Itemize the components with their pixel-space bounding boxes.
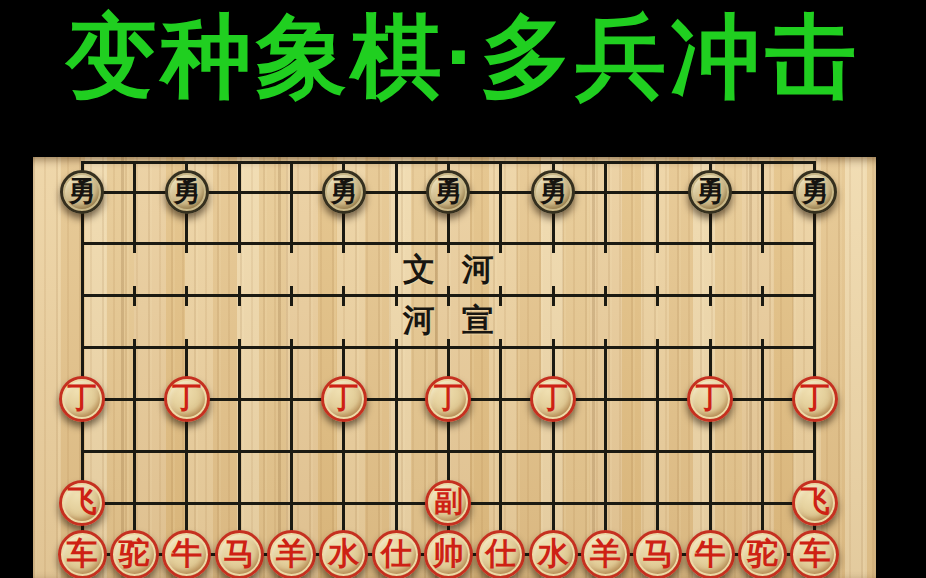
piece-red-牛-f3-r8[interactable]: 牛 (162, 530, 211, 578)
piece-glyph: 勇 (539, 172, 567, 210)
xiangqi-board[interactable]: 文河 河宣 勇勇勇勇勇勇勇丁丁丁丁丁丁丁飞副飞车驼牛马羊水仕帅仕水羊马牛驼车 (33, 157, 876, 578)
piece-red-飞-f1-r7[interactable]: 飞 (59, 480, 105, 526)
piece-glyph: 水 (328, 533, 359, 575)
river-label-bottom-text: 河宣 (403, 302, 521, 338)
grid-line (238, 286, 241, 306)
piece-glyph: 羊 (276, 533, 307, 575)
piece-red-车-f15-r8[interactable]: 车 (790, 530, 839, 578)
piece-glyph: 车 (67, 533, 98, 575)
river-label-bottom: 河宣 (403, 299, 521, 343)
piece-red-车-f1-r8[interactable]: 车 (58, 530, 107, 578)
piece-black-勇-f1-r1[interactable]: 勇 (60, 170, 104, 214)
piece-red-丁-f1-r5[interactable]: 丁 (59, 376, 105, 422)
grid-line (604, 286, 607, 306)
piece-glyph: 丁 (434, 378, 463, 418)
piece-glyph: 副 (434, 482, 463, 522)
piece-glyph: 牛 (171, 533, 202, 575)
piece-red-副-f8-r7[interactable]: 副 (425, 480, 471, 526)
piece-glyph: 水 (538, 533, 569, 575)
piece-glyph: 丁 (68, 378, 97, 418)
piece-red-飞-f15-r7[interactable]: 飞 (792, 480, 838, 526)
piece-red-马-f12-r8[interactable]: 马 (633, 530, 682, 578)
piece-glyph: 丁 (539, 378, 568, 418)
piece-black-勇-f3-r1[interactable]: 勇 (165, 170, 209, 214)
page-title: 变种象棋·多兵冲击 (0, 6, 926, 110)
grid-line (290, 286, 293, 306)
piece-glyph: 仕 (381, 533, 412, 575)
piece-glyph: 仕 (485, 533, 516, 575)
piece-black-勇-f15-r1[interactable]: 勇 (793, 170, 837, 214)
piece-red-丁-f6-r5[interactable]: 丁 (321, 376, 367, 422)
piece-red-丁-f15-r5[interactable]: 丁 (792, 376, 838, 422)
piece-glyph: 勇 (434, 172, 462, 210)
piece-red-丁-f3-r5[interactable]: 丁 (164, 376, 210, 422)
piece-glyph: 车 (799, 533, 830, 575)
piece-red-羊-f5-r8[interactable]: 羊 (267, 530, 316, 578)
piece-red-马-f4-r8[interactable]: 马 (215, 530, 264, 578)
piece-glyph: 丁 (800, 378, 829, 418)
piece-glyph: 羊 (590, 533, 621, 575)
grid-line (656, 286, 659, 306)
piece-glyph: 飞 (800, 482, 829, 522)
piece-red-仕-f9-r8[interactable]: 仕 (476, 530, 525, 578)
piece-glyph: 丁 (172, 378, 201, 418)
piece-glyph: 马 (224, 533, 255, 575)
piece-glyph: 丁 (696, 378, 725, 418)
piece-glyph: 勇 (330, 172, 358, 210)
piece-glyph: 牛 (695, 533, 726, 575)
grid-line (395, 286, 398, 306)
grid-line (238, 162, 241, 253)
piece-red-丁-f8-r5[interactable]: 丁 (425, 376, 471, 422)
grid-line (552, 286, 555, 306)
screenshot-root: 变种象棋·多兵冲击 文河 河宣 勇勇勇勇勇勇勇丁丁丁丁丁丁丁飞副飞车驼牛马羊水仕… (0, 0, 926, 578)
piece-red-驼-f2-r8[interactable]: 驼 (110, 530, 159, 578)
grid-line (709, 286, 712, 306)
piece-red-丁-f13-r5[interactable]: 丁 (687, 376, 733, 422)
piece-black-勇-f13-r1[interactable]: 勇 (688, 170, 732, 214)
piece-black-勇-f8-r1[interactable]: 勇 (426, 170, 470, 214)
grid-line (604, 162, 607, 253)
piece-black-勇-f10-r1[interactable]: 勇 (531, 170, 575, 214)
grid-line (761, 162, 764, 253)
grid-line (395, 162, 398, 253)
grid-line (133, 162, 136, 253)
piece-red-丁-f10-r5[interactable]: 丁 (530, 376, 576, 422)
piece-glyph: 驼 (747, 533, 778, 575)
piece-red-羊-f11-r8[interactable]: 羊 (581, 530, 630, 578)
grid-line (342, 286, 345, 306)
piece-red-牛-f13-r8[interactable]: 牛 (686, 530, 735, 578)
piece-black-勇-f6-r1[interactable]: 勇 (322, 170, 366, 214)
piece-red-水-f6-r8[interactable]: 水 (319, 530, 368, 578)
piece-glyph: 帅 (433, 533, 464, 575)
piece-red-仕-f7-r8[interactable]: 仕 (372, 530, 421, 578)
river-label-top: 文河 (403, 248, 521, 292)
piece-glyph: 飞 (68, 482, 97, 522)
piece-red-水-f10-r8[interactable]: 水 (529, 530, 578, 578)
grid-line (656, 162, 659, 253)
piece-glyph: 勇 (696, 172, 724, 210)
piece-red-帅-f8-r8[interactable]: 帅 (424, 530, 473, 578)
grid-line (761, 286, 764, 306)
piece-glyph: 马 (642, 533, 673, 575)
piece-glyph: 勇 (801, 172, 829, 210)
grid-line (133, 286, 136, 306)
piece-red-驼-f14-r8[interactable]: 驼 (738, 530, 787, 578)
piece-glyph: 勇 (68, 172, 96, 210)
grid-line (290, 162, 293, 253)
piece-glyph: 丁 (329, 378, 358, 418)
grid-line (185, 286, 188, 306)
grid-line (499, 162, 502, 253)
river-label-top-text: 文河 (403, 251, 521, 287)
piece-glyph: 勇 (173, 172, 201, 210)
piece-glyph: 驼 (119, 533, 150, 575)
